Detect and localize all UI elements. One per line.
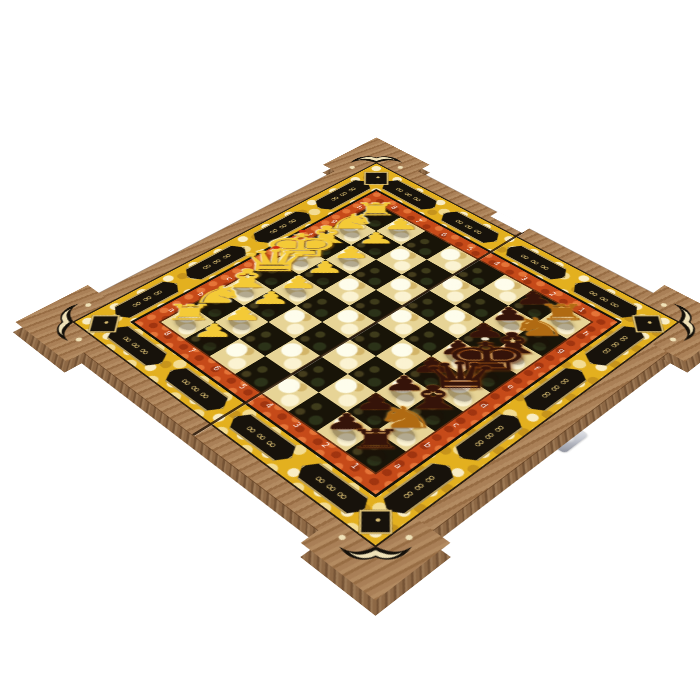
chess-board: ∞∞∞∞∞∞∞∞∞∞∞∞∞∞∞∞∞∞∞∞∞∞∞∞∞∞∞∞∞∞∞∞∞∞∞∞∞∞∞∞… (44, 150, 700, 574)
border-corner-diamond (364, 172, 388, 185)
product-photo-stage: ∞∞∞∞∞∞∞∞∞∞∞∞∞∞∞∞∞∞∞∞∞∞∞∞∞∞∞∞∞∞∞∞∞∞∞∞∞∞∞∞… (0, 0, 700, 700)
